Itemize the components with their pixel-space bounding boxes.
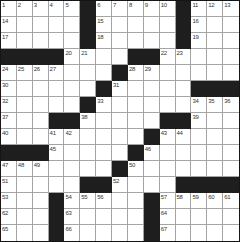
black-cell-9-2 — [33, 145, 49, 161]
black-cell-1-11 — [176, 17, 192, 33]
cell-10-5[interactable] — [80, 161, 96, 177]
clue-number: 30 — [2, 82, 8, 88]
cell-2-3[interactable] — [49, 33, 65, 49]
cell-8-2[interactable] — [33, 129, 49, 145]
cell-4-5[interactable] — [80, 65, 96, 81]
black-cell-12-9 — [144, 193, 160, 209]
cell-12-14[interactable]: 61 — [223, 193, 239, 209]
cell-1-12[interactable]: 16 — [191, 17, 207, 33]
cell-14-5[interactable] — [80, 225, 96, 241]
cell-9-6[interactable] — [96, 145, 112, 161]
cell-13-10[interactable]: 64 — [160, 209, 176, 225]
cell-12-12[interactable]: 59 — [191, 193, 207, 209]
black-cell-9-8 — [128, 145, 144, 161]
cell-11-9[interactable] — [144, 177, 160, 193]
cell-5-2[interactable] — [33, 81, 49, 97]
cell-3-10[interactable]: 22 — [160, 49, 176, 65]
clue-number: 43 — [161, 130, 167, 136]
clue-number: 13 — [224, 2, 230, 8]
cell-1-13[interactable] — [207, 17, 223, 33]
cell-5-1[interactable] — [17, 81, 33, 97]
cell-10-0[interactable]: 47 — [1, 161, 17, 177]
cell-10-14[interactable] — [223, 161, 239, 177]
clue-number: 57 — [161, 194, 167, 200]
clue-number: 56 — [97, 194, 103, 200]
cell-12-7[interactable] — [112, 193, 128, 209]
cell-5-3[interactable] — [49, 81, 65, 97]
black-cell-2-11 — [176, 33, 192, 49]
black-cell-9-1 — [17, 145, 33, 161]
black-cell-3-1 — [17, 49, 33, 65]
cell-14-10[interactable]: 67 — [160, 225, 176, 241]
black-cell-2-5 — [80, 33, 96, 49]
cell-11-2[interactable] — [33, 177, 49, 193]
cell-10-3[interactable] — [49, 161, 65, 177]
cell-0-12[interactable]: 11 — [191, 1, 207, 17]
cell-0-8[interactable]: 8 — [128, 1, 144, 17]
cell-2-13[interactable] — [207, 33, 223, 49]
cell-0-0[interactable]: 1 — [1, 1, 17, 17]
cell-11-3[interactable] — [49, 177, 65, 193]
cell-2-1[interactable] — [17, 33, 33, 49]
cell-1-9[interactable] — [144, 17, 160, 33]
cell-11-7[interactable]: 52 — [112, 177, 128, 193]
cell-3-6[interactable] — [96, 49, 112, 65]
cell-3-4[interactable]: 20 — [64, 49, 80, 65]
black-cell-8-9 — [144, 129, 160, 145]
cell-3-13[interactable] — [207, 49, 223, 65]
cell-1-3[interactable] — [49, 17, 65, 33]
black-cell-9-0 — [1, 145, 17, 161]
black-cell-1-5 — [80, 17, 96, 33]
clue-number: 37 — [2, 114, 8, 120]
cell-11-10[interactable] — [160, 177, 176, 193]
clue-number: 16 — [192, 18, 198, 24]
cell-7-1[interactable] — [17, 113, 33, 129]
cell-5-4[interactable] — [64, 81, 80, 97]
clue-number: 50 — [129, 162, 135, 168]
cell-13-7[interactable] — [112, 209, 128, 225]
cell-9-7[interactable] — [112, 145, 128, 161]
clue-number: 54 — [65, 194, 71, 200]
cell-2-0[interactable]: 17 — [1, 33, 17, 49]
cell-4-11[interactable] — [176, 65, 192, 81]
clue-number: 24 — [2, 66, 8, 72]
cell-4-13[interactable] — [207, 65, 223, 81]
cell-7-6[interactable] — [96, 113, 112, 129]
black-cell-5-6 — [96, 81, 112, 97]
cell-0-3[interactable]: 4 — [49, 1, 65, 17]
cell-10-10[interactable] — [160, 161, 176, 177]
cell-8-3[interactable]: 41 — [49, 129, 65, 145]
cell-7-14[interactable] — [223, 113, 239, 129]
cell-10-2[interactable]: 49 — [33, 161, 49, 177]
cell-8-0[interactable]: 40 — [1, 129, 17, 145]
clue-number: 42 — [65, 130, 71, 136]
black-cell-13-9 — [144, 209, 160, 225]
cell-0-6[interactable]: 6 — [96, 1, 112, 17]
clue-number: 48 — [18, 162, 24, 168]
clue-number: 10 — [161, 2, 167, 8]
cell-13-6[interactable] — [96, 209, 112, 225]
cell-14-2[interactable] — [33, 225, 49, 241]
cell-6-3[interactable] — [49, 97, 65, 113]
cell-0-10[interactable]: 10 — [160, 1, 176, 17]
cell-4-8[interactable]: 28 — [128, 65, 144, 81]
clue-number: 23 — [177, 50, 183, 56]
clue-number: 25 — [18, 66, 24, 72]
cell-13-2[interactable] — [33, 209, 49, 225]
cell-9-3[interactable]: 45 — [49, 145, 65, 161]
clue-number: 66 — [65, 226, 71, 232]
cell-8-12[interactable] — [191, 129, 207, 145]
cell-7-7[interactable] — [112, 113, 128, 129]
cell-10-11[interactable] — [176, 161, 192, 177]
cell-10-13[interactable] — [207, 161, 223, 177]
cell-3-11[interactable]: 23 — [176, 49, 192, 65]
black-cell-11-6 — [96, 177, 112, 193]
black-cell-7-11 — [176, 113, 192, 129]
clue-number: 47 — [2, 162, 8, 168]
cell-8-11[interactable]: 44 — [176, 129, 192, 145]
clue-number: 2 — [18, 2, 21, 8]
clue-number: 44 — [177, 130, 183, 136]
cell-14-1[interactable] — [17, 225, 33, 241]
clue-number: 61 — [224, 194, 230, 200]
cell-6-6[interactable]: 33 — [96, 97, 112, 113]
cell-9-10[interactable] — [160, 145, 176, 161]
black-cell-5-13 — [207, 81, 223, 97]
cell-13-8[interactable] — [128, 209, 144, 225]
cell-13-12[interactable] — [191, 209, 207, 225]
black-cell-5-14 — [223, 81, 239, 97]
cell-1-8[interactable] — [128, 17, 144, 33]
clue-number: 38 — [81, 114, 87, 120]
cell-1-6[interactable]: 15 — [96, 17, 112, 33]
black-cell-3-2 — [33, 49, 49, 65]
clue-number: 60 — [208, 194, 214, 200]
cell-8-5[interactable] — [80, 129, 96, 145]
cell-3-5[interactable]: 21 — [80, 49, 96, 65]
cell-0-14[interactable]: 13 — [223, 1, 239, 17]
clue-number: 5 — [65, 2, 68, 8]
cell-12-11[interactable]: 58 — [176, 193, 192, 209]
cell-13-14[interactable] — [223, 209, 239, 225]
cell-4-12[interactable] — [191, 65, 207, 81]
cell-2-10[interactable] — [160, 33, 176, 49]
clue-number: 62 — [2, 210, 8, 216]
cell-9-4[interactable] — [64, 145, 80, 161]
cell-4-10[interactable] — [160, 65, 176, 81]
cell-2-8[interactable] — [128, 33, 144, 49]
clue-number: 9 — [145, 2, 148, 8]
cell-6-10[interactable] — [160, 97, 176, 113]
clue-number: 51 — [2, 178, 8, 184]
black-cell-3-8 — [128, 49, 144, 65]
cell-4-9[interactable]: 29 — [144, 65, 160, 81]
clue-number: 39 — [192, 114, 198, 120]
cell-6-11[interactable] — [176, 97, 192, 113]
clue-number: 18 — [97, 34, 103, 40]
cell-13-4[interactable]: 63 — [64, 209, 80, 225]
cell-12-0[interactable]: 53 — [1, 193, 17, 209]
cell-0-9[interactable]: 9 — [144, 1, 160, 17]
cell-11-4[interactable] — [64, 177, 80, 193]
cell-11-0[interactable]: 51 — [1, 177, 17, 193]
clue-number: 65 — [2, 226, 8, 232]
cell-12-8[interactable] — [128, 193, 144, 209]
clue-number: 14 — [2, 18, 8, 24]
black-cell-6-5 — [80, 97, 96, 113]
cell-1-7[interactable] — [112, 17, 128, 33]
cell-2-14[interactable] — [223, 33, 239, 49]
cell-13-11[interactable] — [176, 209, 192, 225]
clue-number: 21 — [81, 50, 87, 56]
cell-1-14[interactable] — [223, 17, 239, 33]
clue-number: 31 — [113, 82, 119, 88]
clue-number: 19 — [192, 34, 198, 40]
clue-number: 59 — [192, 194, 198, 200]
cell-0-13[interactable]: 12 — [207, 1, 223, 17]
clue-number: 4 — [50, 2, 53, 8]
cell-10-12[interactable] — [191, 161, 207, 177]
clue-number: 53 — [2, 194, 8, 200]
clue-number: 12 — [208, 2, 214, 8]
black-cell-5-12 — [191, 81, 207, 97]
black-cell-0-5 — [80, 1, 96, 17]
cell-9-12[interactable] — [191, 145, 207, 161]
clue-number: 63 — [65, 210, 71, 216]
cell-14-14[interactable] — [223, 225, 239, 241]
cell-12-13[interactable]: 60 — [207, 193, 223, 209]
cell-4-3[interactable]: 27 — [49, 65, 65, 81]
clue-number: 67 — [161, 226, 167, 232]
clue-number: 7 — [113, 2, 116, 8]
cell-13-1[interactable] — [17, 209, 33, 225]
cell-10-1[interactable]: 48 — [17, 161, 33, 177]
cell-4-4[interactable] — [64, 65, 80, 81]
cell-2-4[interactable] — [64, 33, 80, 49]
cell-0-4[interactable]: 5 — [64, 1, 80, 17]
cell-6-2[interactable] — [33, 97, 49, 113]
clue-number: 26 — [34, 66, 40, 72]
black-cell-3-3 — [49, 49, 65, 65]
cell-5-9[interactable] — [144, 81, 160, 97]
cell-7-12[interactable]: 39 — [191, 113, 207, 129]
cell-8-13[interactable] — [207, 129, 223, 145]
clue-number: 8 — [129, 2, 132, 8]
clue-number: 52 — [113, 178, 119, 184]
clue-number: 41 — [50, 130, 56, 136]
cell-9-9[interactable]: 46 — [144, 145, 160, 161]
cell-11-1[interactable] — [17, 177, 33, 193]
cell-4-6[interactable] — [96, 65, 112, 81]
cell-4-2[interactable]: 26 — [33, 65, 49, 81]
cell-9-11[interactable] — [176, 145, 192, 161]
black-cell-11-14 — [223, 177, 239, 193]
cell-7-8[interactable] — [128, 113, 144, 129]
cell-2-6[interactable]: 18 — [96, 33, 112, 49]
black-cell-11-12 — [191, 177, 207, 193]
black-cell-7-3 — [49, 113, 65, 129]
black-cell-4-7 — [112, 65, 128, 81]
crossword-board: 1234567891011121314151617181920212223242… — [0, 0, 240, 242]
clue-number: 29 — [145, 66, 151, 72]
clue-number: 46 — [145, 146, 151, 152]
cell-14-12[interactable] — [191, 225, 207, 241]
cell-5-0[interactable]: 30 — [1, 81, 17, 97]
cell-14-6[interactable] — [96, 225, 112, 241]
cell-1-10[interactable] — [160, 17, 176, 33]
clue-number: 1 — [2, 2, 5, 8]
black-cell-7-4 — [64, 113, 80, 129]
cell-5-7[interactable]: 31 — [112, 81, 128, 97]
cell-1-4[interactable] — [64, 17, 80, 33]
cell-13-13[interactable] — [207, 209, 223, 225]
cell-12-2[interactable] — [33, 193, 49, 209]
cell-5-11[interactable] — [176, 81, 192, 97]
cell-6-13[interactable]: 35 — [207, 97, 223, 113]
cell-2-12[interactable]: 19 — [191, 33, 207, 49]
cell-8-10[interactable]: 43 — [160, 129, 176, 145]
cell-7-9[interactable] — [144, 113, 160, 129]
cell-1-0[interactable]: 14 — [1, 17, 17, 33]
cell-14-4[interactable]: 66 — [64, 225, 80, 241]
cell-7-13[interactable] — [207, 113, 223, 129]
cell-13-5[interactable] — [80, 209, 96, 225]
cell-6-14[interactable]: 36 — [223, 97, 239, 113]
clue-number: 36 — [224, 98, 230, 104]
clue-number: 58 — [177, 194, 183, 200]
clue-number: 6 — [97, 2, 100, 8]
clue-number: 34 — [192, 98, 198, 104]
cell-8-4[interactable]: 42 — [64, 129, 80, 145]
clue-number: 40 — [2, 130, 8, 136]
cell-3-12[interactable] — [191, 49, 207, 65]
clue-number: 33 — [97, 98, 103, 104]
cell-5-10[interactable] — [160, 81, 176, 97]
black-cell-0-11 — [176, 1, 192, 17]
black-cell-13-3 — [49, 209, 65, 225]
cell-14-0[interactable]: 65 — [1, 225, 17, 241]
cell-8-8[interactable] — [128, 129, 144, 145]
cell-9-5[interactable] — [80, 145, 96, 161]
cell-6-12[interactable]: 34 — [191, 97, 207, 113]
cell-1-1[interactable] — [17, 17, 33, 33]
black-cell-3-0 — [1, 49, 17, 65]
clue-number: 20 — [65, 50, 71, 56]
cell-9-13[interactable] — [207, 145, 223, 161]
cell-10-8[interactable]: 50 — [128, 161, 144, 177]
clue-number: 32 — [2, 98, 8, 104]
clue-number: 22 — [161, 50, 167, 56]
cell-9-14[interactable] — [223, 145, 239, 161]
cell-12-5[interactable]: 55 — [80, 193, 96, 209]
cell-14-8[interactable] — [128, 225, 144, 241]
cell-10-6[interactable] — [96, 161, 112, 177]
cell-13-0[interactable]: 62 — [1, 209, 17, 225]
cell-5-5[interactable] — [80, 81, 96, 97]
cell-12-1[interactable] — [17, 193, 33, 209]
clue-number: 28 — [129, 66, 135, 72]
black-cell-11-11 — [176, 177, 192, 193]
cell-8-14[interactable] — [223, 129, 239, 145]
cell-2-2[interactable] — [33, 33, 49, 49]
cell-10-9[interactable] — [144, 161, 160, 177]
clue-number: 35 — [208, 98, 214, 104]
cell-0-1[interactable]: 2 — [17, 1, 33, 17]
cell-6-0[interactable]: 32 — [1, 97, 17, 113]
cell-7-5[interactable]: 38 — [80, 113, 96, 129]
cell-12-10[interactable]: 57 — [160, 193, 176, 209]
black-cell-3-9 — [144, 49, 160, 65]
cell-7-0[interactable]: 37 — [1, 113, 17, 129]
cell-4-1[interactable]: 25 — [17, 65, 33, 81]
clue-number: 27 — [50, 66, 56, 72]
cell-2-9[interactable] — [144, 33, 160, 49]
cell-14-11[interactable] — [176, 225, 192, 241]
cell-12-4[interactable]: 54 — [64, 193, 80, 209]
black-cell-14-9 — [144, 225, 160, 241]
cell-4-0[interactable]: 24 — [1, 65, 17, 81]
cell-6-7[interactable] — [112, 97, 128, 113]
cell-5-8[interactable] — [128, 81, 144, 97]
cell-8-7[interactable] — [112, 129, 128, 145]
cell-14-13[interactable] — [207, 225, 223, 241]
clue-number: 45 — [50, 146, 56, 152]
black-cell-11-13 — [207, 177, 223, 193]
cell-3-14[interactable] — [223, 49, 239, 65]
cell-11-8[interactable] — [128, 177, 144, 193]
cell-0-2[interactable]: 3 — [33, 1, 49, 17]
cell-1-2[interactable] — [33, 17, 49, 33]
black-cell-12-3 — [49, 193, 65, 209]
clue-number: 17 — [2, 34, 8, 40]
clue-number: 11 — [192, 2, 198, 8]
cell-8-1[interactable] — [17, 129, 33, 145]
black-cell-10-7 — [112, 161, 128, 177]
cell-2-7[interactable] — [112, 33, 128, 49]
black-cell-11-5 — [80, 177, 96, 193]
clue-number: 49 — [34, 162, 40, 168]
clue-number: 15 — [97, 18, 103, 24]
cell-6-1[interactable] — [17, 97, 33, 113]
clue-number: 64 — [161, 210, 167, 216]
cell-3-7[interactable] — [112, 49, 128, 65]
black-cell-7-10 — [160, 113, 176, 129]
cell-6-9[interactable] — [144, 97, 160, 113]
cell-14-7[interactable] — [112, 225, 128, 241]
cell-0-7[interactable]: 7 — [112, 1, 128, 17]
clue-number: 55 — [81, 194, 87, 200]
cell-10-4[interactable] — [64, 161, 80, 177]
cell-8-6[interactable] — [96, 129, 112, 145]
cell-6-8[interactable] — [128, 97, 144, 113]
cell-6-4[interactable] — [64, 97, 80, 113]
black-cell-14-3 — [49, 225, 65, 241]
clue-number: 3 — [34, 2, 37, 8]
cell-4-14[interactable] — [223, 65, 239, 81]
cell-12-6[interactable]: 56 — [96, 193, 112, 209]
cell-7-2[interactable] — [33, 113, 49, 129]
